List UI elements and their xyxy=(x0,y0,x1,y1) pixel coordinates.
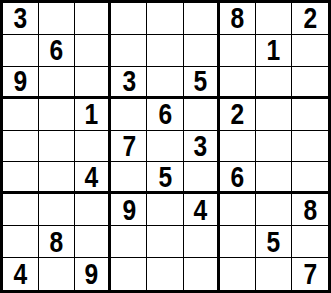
cell-r5c6[interactable]: 3 xyxy=(184,131,220,163)
given-digit: 9 xyxy=(14,67,28,96)
cell-r6c2[interactable] xyxy=(39,162,75,194)
cell-r9c2[interactable] xyxy=(39,258,75,290)
cell-r2c7[interactable] xyxy=(220,35,256,67)
cell-r8c9[interactable] xyxy=(292,226,328,258)
given-digit: 5 xyxy=(266,227,280,257)
cell-r9c3[interactable]: 9 xyxy=(75,258,111,290)
cell-r2c2[interactable]: 6 xyxy=(39,35,75,67)
cell-r1c5[interactable] xyxy=(147,3,183,35)
cell-r3c3[interactable] xyxy=(75,67,111,99)
given-digit: 2 xyxy=(303,3,317,33)
cell-r9c1[interactable]: 4 xyxy=(3,258,39,290)
given-digit: 3 xyxy=(14,3,28,33)
given-digit: 9 xyxy=(122,195,136,225)
cell-r8c2[interactable]: 8 xyxy=(39,226,75,258)
given-digit: 5 xyxy=(193,67,207,96)
cell-r4c2[interactable] xyxy=(39,99,75,131)
cell-r1c4[interactable] xyxy=(111,3,147,35)
cell-r7c3[interactable] xyxy=(75,194,111,226)
cell-r5c5[interactable] xyxy=(147,131,183,163)
cell-r1c6[interactable] xyxy=(184,3,220,35)
cell-r7c6[interactable]: 4 xyxy=(184,194,220,226)
given-digit: 4 xyxy=(193,195,207,225)
cell-r2c6[interactable] xyxy=(184,35,220,67)
cell-r6c8[interactable] xyxy=(256,162,292,194)
given-digit: 4 xyxy=(85,162,99,191)
given-digit: 4 xyxy=(14,259,28,289)
cell-r6c7[interactable]: 6 xyxy=(220,162,256,194)
cell-r7c5[interactable] xyxy=(147,194,183,226)
cell-r3c6[interactable]: 5 xyxy=(184,67,220,99)
cell-r3c9[interactable] xyxy=(292,67,328,99)
cell-r5c7[interactable] xyxy=(220,131,256,163)
sudoku-puzzle: 382619351627345694885497 xyxy=(0,0,331,293)
cell-r8c6[interactable] xyxy=(184,226,220,258)
cell-r5c8[interactable] xyxy=(256,131,292,163)
cell-r9c8[interactable] xyxy=(256,258,292,290)
cell-r8c3[interactable] xyxy=(75,226,111,258)
cell-r6c9[interactable] xyxy=(292,162,328,194)
cell-r6c5[interactable]: 5 xyxy=(147,162,183,194)
cell-r5c3[interactable] xyxy=(75,131,111,163)
cell-r6c6[interactable] xyxy=(184,162,220,194)
cell-r9c5[interactable] xyxy=(147,258,183,290)
cell-r2c3[interactable] xyxy=(75,35,111,67)
cell-r3c7[interactable] xyxy=(220,67,256,99)
given-digit: 2 xyxy=(230,99,244,129)
given-digit: 8 xyxy=(230,3,244,33)
cell-r5c4[interactable]: 7 xyxy=(111,131,147,163)
cell-r4c9[interactable] xyxy=(292,99,328,131)
cell-r4c1[interactable] xyxy=(3,99,39,131)
cell-r9c7[interactable] xyxy=(220,258,256,290)
cell-r1c8[interactable] xyxy=(256,3,292,35)
cell-r4c5[interactable]: 6 xyxy=(147,99,183,131)
cell-r7c7[interactable] xyxy=(220,194,256,226)
cell-r2c1[interactable] xyxy=(3,35,39,67)
cell-r2c5[interactable] xyxy=(147,35,183,67)
given-digit: 6 xyxy=(230,162,244,191)
cell-r8c5[interactable] xyxy=(147,226,183,258)
cell-r9c9[interactable]: 7 xyxy=(292,258,328,290)
cell-r6c3[interactable]: 4 xyxy=(75,162,111,194)
cell-r1c9[interactable]: 2 xyxy=(292,3,328,35)
cell-r7c8[interactable] xyxy=(256,194,292,226)
cell-r4c6[interactable] xyxy=(184,99,220,131)
given-digit: 8 xyxy=(50,227,64,257)
cell-r3c1[interactable]: 9 xyxy=(3,67,39,99)
given-digit: 3 xyxy=(122,67,136,96)
cell-r1c7[interactable]: 8 xyxy=(220,3,256,35)
given-digit: 6 xyxy=(50,35,64,65)
cell-r7c2[interactable] xyxy=(39,194,75,226)
cell-r9c6[interactable] xyxy=(184,258,220,290)
given-digit: 5 xyxy=(158,162,172,191)
cell-r4c4[interactable] xyxy=(111,99,147,131)
given-digit: 1 xyxy=(266,35,280,65)
cell-r2c9[interactable] xyxy=(292,35,328,67)
cell-r4c3[interactable]: 1 xyxy=(75,99,111,131)
given-digit: 8 xyxy=(303,195,317,225)
cell-r7c4[interactable]: 9 xyxy=(111,194,147,226)
cell-r5c1[interactable] xyxy=(3,131,39,163)
cell-r3c5[interactable] xyxy=(147,67,183,99)
cell-r3c2[interactable] xyxy=(39,67,75,99)
cell-r6c1[interactable] xyxy=(3,162,39,194)
cell-r5c9[interactable] xyxy=(292,131,328,163)
cell-r6c4[interactable] xyxy=(111,162,147,194)
cell-r8c4[interactable] xyxy=(111,226,147,258)
cell-r8c8[interactable]: 5 xyxy=(256,226,292,258)
given-digit: 3 xyxy=(193,131,207,161)
given-digit: 7 xyxy=(122,131,136,161)
cell-r1c1[interactable]: 3 xyxy=(3,3,39,35)
cell-r7c9[interactable]: 8 xyxy=(292,194,328,226)
given-digit: 6 xyxy=(158,99,172,129)
cell-r3c8[interactable] xyxy=(256,67,292,99)
cell-r9c4[interactable] xyxy=(111,258,147,290)
cell-r1c2[interactable] xyxy=(39,3,75,35)
cell-r8c1[interactable] xyxy=(3,226,39,258)
cell-r2c8[interactable]: 1 xyxy=(256,35,292,67)
cell-r1c3[interactable] xyxy=(75,3,111,35)
given-digit: 9 xyxy=(85,259,99,289)
given-digit: 7 xyxy=(303,259,317,289)
cell-r3c4[interactable]: 3 xyxy=(111,67,147,99)
cell-r2c4[interactable] xyxy=(111,35,147,67)
cell-r7c1[interactable] xyxy=(3,194,39,226)
cell-r4c8[interactable] xyxy=(256,99,292,131)
cell-r5c2[interactable] xyxy=(39,131,75,163)
cell-r4c7[interactable]: 2 xyxy=(220,99,256,131)
given-digit: 1 xyxy=(85,99,99,129)
cell-r8c7[interactable] xyxy=(220,226,256,258)
sudoku-board: 382619351627345694885497 xyxy=(0,0,331,293)
